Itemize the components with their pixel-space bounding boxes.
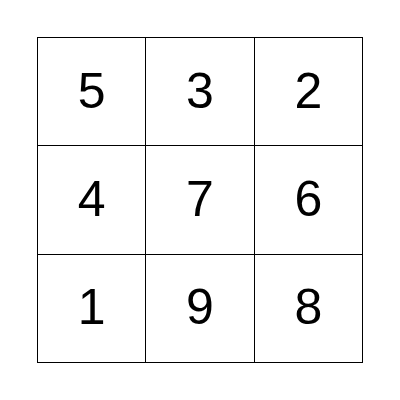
cell-r1c1[interactable]: 5	[38, 38, 145, 145]
cell-value: 4	[78, 174, 106, 224]
cell-value: 6	[294, 174, 322, 224]
number-grid-board: 5 3 2 4 7 6 1 9 8	[37, 37, 363, 363]
cell-r1c3[interactable]: 2	[255, 38, 362, 145]
cell-r3c2[interactable]: 9	[146, 255, 253, 362]
cell-value: 8	[294, 282, 322, 332]
cell-r2c3[interactable]: 6	[255, 146, 362, 253]
cell-value: 5	[78, 66, 106, 116]
puzzle-screen: 5 3 2 4 7 6 1 9 8	[0, 0, 400, 400]
cell-r2c1[interactable]: 4	[38, 146, 145, 253]
cell-r2c2[interactable]: 7	[146, 146, 253, 253]
cell-value: 9	[186, 282, 214, 332]
cell-r1c2[interactable]: 3	[146, 38, 253, 145]
cell-r3c3[interactable]: 8	[255, 255, 362, 362]
cell-value: 1	[78, 282, 106, 332]
cell-value: 2	[294, 66, 322, 116]
cell-value: 3	[186, 66, 214, 116]
cell-r3c1[interactable]: 1	[38, 255, 145, 362]
cell-value: 7	[186, 174, 214, 224]
